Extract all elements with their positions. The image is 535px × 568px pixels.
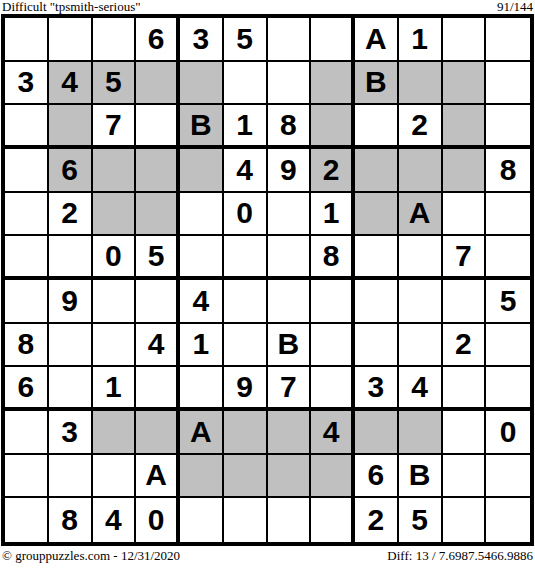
- cell-r2c3-given: 5: [93, 62, 137, 106]
- cell-r12c1[interactable]: [5, 498, 49, 542]
- cell-r12c10-given: 5: [399, 498, 443, 542]
- cell-r8c2[interactable]: [49, 324, 93, 368]
- cell-r1c3[interactable]: [93, 18, 137, 62]
- cell-r3c8[interactable]: [311, 105, 355, 149]
- cell-r3c9[interactable]: [355, 105, 399, 149]
- cell-r10c10[interactable]: [399, 411, 443, 455]
- cell-r10c12-given: 0: [486, 411, 530, 455]
- cell-r9c12[interactable]: [486, 367, 530, 411]
- cell-r12c12[interactable]: [486, 498, 530, 542]
- cell-r3c6-given: 1: [224, 105, 268, 149]
- cell-r5c3[interactable]: [93, 193, 137, 237]
- cell-r11c5[interactable]: [180, 455, 224, 499]
- cell-r6c11-given: 7: [443, 236, 487, 280]
- cell-r3c2[interactable]: [49, 105, 93, 149]
- cell-r12c2-given: 8: [49, 498, 93, 542]
- cell-r8c4-given: 4: [136, 324, 180, 368]
- cell-r4c4[interactable]: [136, 149, 180, 193]
- cell-r7c12-given: 5: [486, 280, 530, 324]
- cell-r4c8-given: 2: [311, 149, 355, 193]
- cell-r1c2[interactable]: [49, 18, 93, 62]
- cell-r9c11[interactable]: [443, 367, 487, 411]
- cell-r11c4-given: A: [136, 455, 180, 499]
- cell-r7c11[interactable]: [443, 280, 487, 324]
- cell-r8c12[interactable]: [486, 324, 530, 368]
- cell-r5c8-given: 1: [311, 193, 355, 237]
- cell-r2c12[interactable]: [486, 62, 530, 106]
- cell-r9c2[interactable]: [49, 367, 93, 411]
- cell-r10c9[interactable]: [355, 411, 399, 455]
- cell-r6c5[interactable]: [180, 236, 224, 280]
- cell-r7c4[interactable]: [136, 280, 180, 324]
- cell-r3c1[interactable]: [5, 105, 49, 149]
- cell-r11c10-given: B: [399, 455, 443, 499]
- cell-r3c3-given: 7: [93, 105, 137, 149]
- cell-r5c6-given: 0: [224, 193, 268, 237]
- cell-r10c7[interactable]: [268, 411, 312, 455]
- cell-r12c6[interactable]: [224, 498, 268, 542]
- cell-r6c7[interactable]: [268, 236, 312, 280]
- cell-r5c10-given: A: [399, 193, 443, 237]
- cell-r4c9[interactable]: [355, 149, 399, 193]
- cell-r10c4[interactable]: [136, 411, 180, 455]
- cell-r12c11[interactable]: [443, 498, 487, 542]
- cell-r6c8-given: 8: [311, 236, 355, 280]
- cell-r10c2-given: 3: [49, 411, 93, 455]
- cell-r8c10[interactable]: [399, 324, 443, 368]
- puzzle-counter: 91/144: [497, 0, 533, 13]
- cell-r7c6[interactable]: [224, 280, 268, 324]
- cell-r12c8[interactable]: [311, 498, 355, 542]
- cell-r2c11[interactable]: [443, 62, 487, 106]
- cell-r12c4-given: 0: [136, 498, 180, 542]
- cell-r4c6-given: 4: [224, 149, 268, 193]
- cell-r12c9-given: 2: [355, 498, 399, 542]
- cell-r6c12[interactable]: [486, 236, 530, 280]
- cell-r8c8[interactable]: [311, 324, 355, 368]
- cell-r12c7[interactable]: [268, 498, 312, 542]
- cell-r5c11[interactable]: [443, 193, 487, 237]
- cell-r7c10[interactable]: [399, 280, 443, 324]
- cell-r1c5-given: 3: [180, 18, 224, 62]
- cell-r1c4-given: 6: [136, 18, 180, 62]
- cell-r4c3[interactable]: [93, 149, 137, 193]
- cell-r1c11[interactable]: [443, 18, 487, 62]
- cell-r1c12[interactable]: [486, 18, 530, 62]
- cell-r8c1-given: 8: [5, 324, 49, 368]
- cell-r1c9-given: A: [355, 18, 399, 62]
- cell-r4c5[interactable]: [180, 149, 224, 193]
- cell-r9c7-given: 7: [268, 367, 312, 411]
- cell-r6c2[interactable]: [49, 236, 93, 280]
- cell-r11c12[interactable]: [486, 455, 530, 499]
- cell-r7c7[interactable]: [268, 280, 312, 324]
- cell-r4c1[interactable]: [5, 149, 49, 193]
- cell-r7c1[interactable]: [5, 280, 49, 324]
- cell-r8c7-given: B: [268, 324, 312, 368]
- cell-r5c2-given: 2: [49, 193, 93, 237]
- cell-r9c4[interactable]: [136, 367, 180, 411]
- cell-r2c8[interactable]: [311, 62, 355, 106]
- cell-r10c5-given: A: [180, 411, 224, 455]
- cell-r3c11[interactable]: [443, 105, 487, 149]
- cell-r5c9[interactable]: [355, 193, 399, 237]
- difficulty-text: Diff: 13 / 7.6987.5466.9886: [387, 549, 533, 563]
- cell-r6c1[interactable]: [5, 236, 49, 280]
- cell-r6c10[interactable]: [399, 236, 443, 280]
- cell-r2c1-given: 3: [5, 62, 49, 106]
- cell-r3c10-given: 2: [399, 105, 443, 149]
- cell-r8c9[interactable]: [355, 324, 399, 368]
- cell-r8c5-given: 1: [180, 324, 224, 368]
- cell-r12c3-given: 4: [93, 498, 137, 542]
- cell-r5c5[interactable]: [180, 193, 224, 237]
- cell-r2c2-given: 4: [49, 62, 93, 106]
- cell-r11c8[interactable]: [311, 455, 355, 499]
- cell-r10c8-given: 4: [311, 411, 355, 455]
- cell-r12c5[interactable]: [180, 498, 224, 542]
- cell-r2c9-given: B: [355, 62, 399, 106]
- cell-r3c12[interactable]: [486, 105, 530, 149]
- cell-r8c6[interactable]: [224, 324, 268, 368]
- cell-r3c5-given: B: [180, 105, 224, 149]
- cell-r2c10[interactable]: [399, 62, 443, 106]
- cell-r4c12-given: 8: [486, 149, 530, 193]
- cell-r7c2-given: 9: [49, 280, 93, 324]
- cell-r2c4[interactable]: [136, 62, 180, 106]
- cell-r11c2[interactable]: [49, 455, 93, 499]
- cell-r3c4[interactable]: [136, 105, 180, 149]
- cell-r11c6[interactable]: [224, 455, 268, 499]
- cell-r3c7-given: 8: [268, 105, 312, 149]
- cell-r9c8[interactable]: [311, 367, 355, 411]
- cell-r1c1[interactable]: [5, 18, 49, 62]
- cell-r2c6[interactable]: [224, 62, 268, 106]
- cell-r4c7-given: 9: [268, 149, 312, 193]
- cell-r5c7[interactable]: [268, 193, 312, 237]
- cell-r10c1[interactable]: [5, 411, 49, 455]
- cell-r11c11[interactable]: [443, 455, 487, 499]
- cell-r8c3[interactable]: [93, 324, 137, 368]
- cell-r6c3-given: 0: [93, 236, 137, 280]
- cell-r6c4-given: 5: [136, 236, 180, 280]
- cell-r1c8[interactable]: [311, 18, 355, 62]
- cell-r6c9[interactable]: [355, 236, 399, 280]
- cell-r4c2-given: 6: [49, 149, 93, 193]
- cell-r4c11[interactable]: [443, 149, 487, 193]
- cell-r2c5[interactable]: [180, 62, 224, 106]
- cell-r1c10-given: 1: [399, 18, 443, 62]
- cell-r7c9[interactable]: [355, 280, 399, 324]
- cell-r4c10[interactable]: [399, 149, 443, 193]
- cell-r1c6-given: 5: [224, 18, 268, 62]
- cell-r10c6[interactable]: [224, 411, 268, 455]
- cell-r7c8[interactable]: [311, 280, 355, 324]
- puzzle-title: Difficult "tpsmith-serious": [2, 0, 141, 13]
- cell-r10c3[interactable]: [93, 411, 137, 455]
- cell-r6c6[interactable]: [224, 236, 268, 280]
- sudoku-board: 635A1345B7B18264928201A0587945841B261973…: [1, 14, 534, 546]
- cell-r5c1[interactable]: [5, 193, 49, 237]
- cell-r9c3-given: 1: [93, 367, 137, 411]
- footer: © grouppuzzles.com - 12/31/2020 Diff: 13…: [0, 546, 535, 568]
- copyright-text: © grouppuzzles.com - 12/31/2020: [2, 549, 180, 563]
- cell-r5c12[interactable]: [486, 193, 530, 237]
- cell-r7c3[interactable]: [93, 280, 137, 324]
- cell-r11c3[interactable]: [93, 455, 137, 499]
- cell-r9c5[interactable]: [180, 367, 224, 411]
- cell-r9c9-given: 3: [355, 367, 399, 411]
- cell-r9c10-given: 4: [399, 367, 443, 411]
- cell-r9c6-given: 9: [224, 367, 268, 411]
- cell-r10c11[interactable]: [443, 411, 487, 455]
- header: Difficult "tpsmith-serious" 91/144: [0, 0, 535, 14]
- cell-r8c11-given: 2: [443, 324, 487, 368]
- cell-r11c7[interactable]: [268, 455, 312, 499]
- cell-r7c5-given: 4: [180, 280, 224, 324]
- cell-r2c7[interactable]: [268, 62, 312, 106]
- cell-r1c7[interactable]: [268, 18, 312, 62]
- cell-r5c4[interactable]: [136, 193, 180, 237]
- cell-r11c1[interactable]: [5, 455, 49, 499]
- cell-r9c1-given: 6: [5, 367, 49, 411]
- cell-r11c9-given: 6: [355, 455, 399, 499]
